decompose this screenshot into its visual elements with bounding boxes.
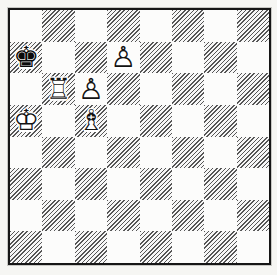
square-a6[interactable] <box>10 73 42 105</box>
square-f6[interactable] <box>172 73 204 105</box>
square-c7[interactable] <box>75 42 107 74</box>
square-g6[interactable] <box>204 73 236 105</box>
square-f8[interactable] <box>172 10 204 42</box>
white-bishop-icon: ♗ <box>75 105 107 137</box>
square-h3[interactable] <box>237 168 269 200</box>
square-d3[interactable] <box>107 168 139 200</box>
square-a5[interactable]: ♚♔ <box>10 105 42 137</box>
square-d2[interactable] <box>107 200 139 232</box>
square-e7[interactable] <box>140 42 172 74</box>
square-c1[interactable] <box>75 231 107 263</box>
white-pawn-icon: ♙ <box>75 73 107 105</box>
square-g7[interactable] <box>204 42 236 74</box>
white-king-icon: ♔ <box>10 105 42 137</box>
square-e4[interactable] <box>140 137 172 169</box>
piece-white-pawn-d7[interactable]: ♟♙ <box>107 42 139 74</box>
square-g4[interactable] <box>204 137 236 169</box>
square-c6[interactable]: ♟♙ <box>75 73 107 105</box>
square-g1[interactable] <box>204 231 236 263</box>
square-e2[interactable] <box>140 200 172 232</box>
square-f1[interactable] <box>172 231 204 263</box>
square-f5[interactable] <box>172 105 204 137</box>
square-h5[interactable] <box>237 105 269 137</box>
piece-white-bishop-c5[interactable]: ♝♗ <box>75 105 107 137</box>
square-a3[interactable] <box>10 168 42 200</box>
square-b7[interactable] <box>42 42 74 74</box>
square-g5[interactable] <box>204 105 236 137</box>
square-c2[interactable] <box>75 200 107 232</box>
square-a7[interactable]: ♚ <box>10 42 42 74</box>
black-king-icon: ♚ <box>10 42 42 74</box>
square-d5[interactable] <box>107 105 139 137</box>
square-c8[interactable] <box>75 10 107 42</box>
square-b1[interactable] <box>42 231 74 263</box>
square-h1[interactable] <box>237 231 269 263</box>
square-d4[interactable] <box>107 137 139 169</box>
square-c3[interactable] <box>75 168 107 200</box>
square-d7[interactable]: ♟♙ <box>107 42 139 74</box>
square-b5[interactable] <box>42 105 74 137</box>
square-a8[interactable] <box>10 10 42 42</box>
square-a1[interactable] <box>10 231 42 263</box>
square-f7[interactable] <box>172 42 204 74</box>
square-b8[interactable] <box>42 10 74 42</box>
square-h2[interactable] <box>237 200 269 232</box>
square-c5[interactable]: ♝♗ <box>75 105 107 137</box>
square-d1[interactable] <box>107 231 139 263</box>
square-b2[interactable] <box>42 200 74 232</box>
page: { "game": "chess", "diagram_kind": "prin… <box>0 0 277 275</box>
square-b6[interactable]: ♜♖ <box>42 73 74 105</box>
square-d6[interactable] <box>107 73 139 105</box>
piece-white-pawn-c6[interactable]: ♟♙ <box>75 73 107 105</box>
square-g3[interactable] <box>204 168 236 200</box>
square-f4[interactable] <box>172 137 204 169</box>
square-f3[interactable] <box>172 168 204 200</box>
square-h6[interactable] <box>237 73 269 105</box>
square-e1[interactable] <box>140 231 172 263</box>
square-h8[interactable] <box>237 10 269 42</box>
square-a2[interactable] <box>10 200 42 232</box>
square-g8[interactable] <box>204 10 236 42</box>
square-e5[interactable] <box>140 105 172 137</box>
square-a4[interactable] <box>10 137 42 169</box>
chess-board: ♚♟♙♜♖♟♙♚♔♝♗ <box>10 10 269 263</box>
square-b4[interactable] <box>42 137 74 169</box>
square-b3[interactable] <box>42 168 74 200</box>
piece-black-king-a7[interactable]: ♚ <box>10 42 42 74</box>
square-h4[interactable] <box>237 137 269 169</box>
square-e3[interactable] <box>140 168 172 200</box>
square-e6[interactable] <box>140 73 172 105</box>
square-f2[interactable] <box>172 200 204 232</box>
square-h7[interactable] <box>237 42 269 74</box>
square-c4[interactable] <box>75 137 107 169</box>
square-g2[interactable] <box>204 200 236 232</box>
white-rook-icon: ♖ <box>42 73 74 105</box>
piece-white-king-a5[interactable]: ♚♔ <box>10 105 42 137</box>
piece-white-rook-b6[interactable]: ♜♖ <box>42 73 74 105</box>
chess-board-frame: ♚♟♙♜♖♟♙♚♔♝♗ <box>8 8 271 265</box>
white-pawn-icon: ♙ <box>107 42 139 74</box>
square-e8[interactable] <box>140 10 172 42</box>
square-d8[interactable] <box>107 10 139 42</box>
